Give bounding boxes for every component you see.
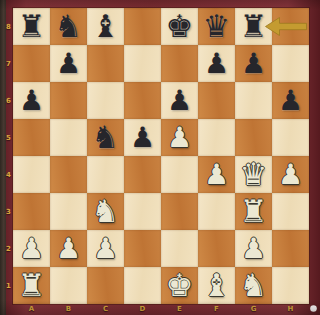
- square-d1[interactable]: [124, 267, 161, 304]
- chess-diagram: 87654321 ♜♞♝♚♛♜♟♟♟♟♟♟♞♟♟♟♛♟♞♜♟♟♟♟♜♚♝♞ AB…: [0, 0, 320, 315]
- piece-white-knight: ♞: [92, 196, 120, 227]
- board: ♜♞♝♚♛♜♟♟♟♟♟♟♞♟♟♟♛♟♞♜♟♟♟♟♜♚♝♞: [13, 8, 309, 304]
- square-f8[interactable]: ♛: [198, 8, 235, 45]
- rank-label-5: 5: [4, 119, 13, 156]
- rank-label-2: 2: [4, 230, 13, 267]
- square-f7[interactable]: ♟: [198, 45, 235, 82]
- square-b7[interactable]: ♟: [50, 45, 87, 82]
- file-label-a: A: [13, 304, 50, 315]
- square-g7[interactable]: ♟: [235, 45, 272, 82]
- piece-white-pawn: ♟: [278, 161, 303, 189]
- square-d8[interactable]: [124, 8, 161, 45]
- piece-black-pawn: ♟: [130, 124, 155, 152]
- square-c1[interactable]: [87, 267, 124, 304]
- square-d5[interactable]: ♟: [124, 119, 161, 156]
- square-e6[interactable]: ♟: [161, 82, 198, 119]
- piece-black-knight: ♞: [92, 122, 120, 153]
- square-c8[interactable]: ♝: [87, 8, 124, 45]
- rank-label-7: 7: [4, 45, 13, 82]
- piece-black-pawn: ♟: [19, 87, 44, 115]
- square-c6[interactable]: [87, 82, 124, 119]
- square-e5[interactable]: ♟: [161, 119, 198, 156]
- file-labels: ABCDEFGH: [13, 304, 309, 315]
- piece-black-knight: ♞: [55, 11, 83, 42]
- square-d2[interactable]: [124, 230, 161, 267]
- piece-black-pawn: ♟: [241, 50, 266, 78]
- square-e2[interactable]: [161, 230, 198, 267]
- piece-black-pawn: ♟: [278, 87, 303, 115]
- piece-white-rook: ♜: [18, 270, 46, 301]
- square-d4[interactable]: [124, 156, 161, 193]
- square-b5[interactable]: [50, 119, 87, 156]
- square-c3[interactable]: ♞: [87, 193, 124, 230]
- square-c7[interactable]: [87, 45, 124, 82]
- piece-white-pawn: ♟: [167, 124, 192, 152]
- square-b8[interactable]: ♞: [50, 8, 87, 45]
- piece-white-pawn: ♟: [56, 235, 81, 263]
- rank-label-8: 8: [4, 8, 13, 45]
- square-d6[interactable]: [124, 82, 161, 119]
- piece-white-pawn: ♟: [204, 161, 229, 189]
- square-g3[interactable]: ♜: [235, 193, 272, 230]
- square-b2[interactable]: ♟: [50, 230, 87, 267]
- piece-black-rook: ♜: [18, 11, 46, 42]
- piece-black-bishop: ♝: [92, 11, 120, 42]
- piece-black-pawn: ♟: [167, 87, 192, 115]
- square-f5[interactable]: [198, 119, 235, 156]
- file-label-h: H: [272, 304, 309, 315]
- rank-label-3: 3: [4, 193, 13, 230]
- square-e1[interactable]: ♚: [161, 267, 198, 304]
- square-g2[interactable]: ♟: [235, 230, 272, 267]
- piece-white-king: ♚: [166, 270, 194, 301]
- file-label-e: E: [161, 304, 198, 315]
- square-g8[interactable]: ♜: [235, 8, 272, 45]
- square-a7[interactable]: [13, 45, 50, 82]
- file-label-c: C: [87, 304, 124, 315]
- rank-label-1: 1: [4, 267, 13, 304]
- rank-labels: 87654321: [4, 8, 13, 304]
- square-h5[interactable]: [272, 119, 309, 156]
- square-e3[interactable]: [161, 193, 198, 230]
- square-e7[interactable]: [161, 45, 198, 82]
- square-d7[interactable]: [124, 45, 161, 82]
- square-h1[interactable]: [272, 267, 309, 304]
- square-f1[interactable]: ♝: [198, 267, 235, 304]
- square-d3[interactable]: [124, 193, 161, 230]
- square-f4[interactable]: ♟: [198, 156, 235, 193]
- square-a4[interactable]: [13, 156, 50, 193]
- piece-black-queen: ♛: [203, 11, 231, 42]
- square-h8[interactable]: [272, 8, 309, 45]
- rank-label-4: 4: [4, 156, 13, 193]
- piece-white-bishop: ♝: [203, 270, 231, 301]
- square-a6[interactable]: ♟: [13, 82, 50, 119]
- piece-white-queen: ♛: [240, 159, 268, 190]
- square-f6[interactable]: [198, 82, 235, 119]
- square-e8[interactable]: ♚: [161, 8, 198, 45]
- file-label-g: G: [235, 304, 272, 315]
- square-g1[interactable]: ♞: [235, 267, 272, 304]
- square-g6[interactable]: [235, 82, 272, 119]
- piece-white-rook: ♜: [240, 196, 268, 227]
- file-label-f: F: [198, 304, 235, 315]
- cursor-dot: [310, 305, 317, 312]
- file-label-b: B: [50, 304, 87, 315]
- file-label-d: D: [124, 304, 161, 315]
- square-h3[interactable]: [272, 193, 309, 230]
- square-b3[interactable]: [50, 193, 87, 230]
- piece-white-pawn: ♟: [241, 235, 266, 263]
- piece-black-king: ♚: [166, 11, 194, 42]
- square-h4[interactable]: ♟: [272, 156, 309, 193]
- square-e4[interactable]: [161, 156, 198, 193]
- piece-white-pawn: ♟: [19, 235, 44, 263]
- square-a1[interactable]: ♜: [13, 267, 50, 304]
- square-a5[interactable]: [13, 119, 50, 156]
- square-g5[interactable]: [235, 119, 272, 156]
- square-a8[interactable]: ♜: [13, 8, 50, 45]
- square-h7[interactable]: [272, 45, 309, 82]
- piece-white-knight: ♞: [240, 270, 268, 301]
- rank-label-6: 6: [4, 82, 13, 119]
- square-a3[interactable]: [13, 193, 50, 230]
- square-f3[interactable]: [198, 193, 235, 230]
- square-f2[interactable]: [198, 230, 235, 267]
- square-g4[interactable]: ♛: [235, 156, 272, 193]
- square-c2[interactable]: ♟: [87, 230, 124, 267]
- square-b1[interactable]: [50, 267, 87, 304]
- piece-white-pawn: ♟: [93, 235, 118, 263]
- square-b6[interactable]: [50, 82, 87, 119]
- piece-black-rook: ♜: [240, 11, 268, 42]
- square-c5[interactable]: ♞: [87, 119, 124, 156]
- square-h2[interactable]: [272, 230, 309, 267]
- square-b4[interactable]: [50, 156, 87, 193]
- square-c4[interactable]: [87, 156, 124, 193]
- piece-black-pawn: ♟: [56, 50, 81, 78]
- square-a2[interactable]: ♟: [13, 230, 50, 267]
- piece-black-pawn: ♟: [204, 50, 229, 78]
- square-h6[interactable]: ♟: [272, 82, 309, 119]
